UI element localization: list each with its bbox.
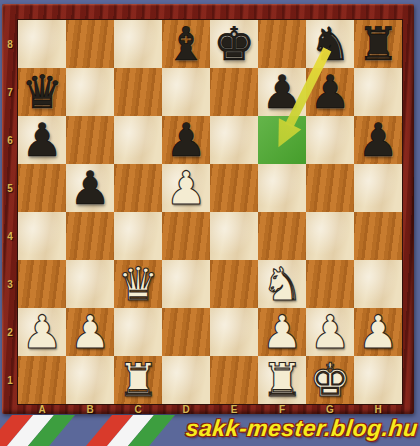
square-g5[interactable]	[306, 164, 354, 212]
file-labels: ABCDEFGH	[18, 404, 402, 414]
flag-stripe-red-2	[86, 415, 133, 446]
rank-label-3: 3	[2, 260, 18, 308]
square-a1[interactable]	[18, 356, 66, 404]
black-pawn[interactable]: ♟	[165, 117, 206, 163]
black-queen[interactable]: ♛	[21, 69, 62, 115]
chess-board: 87654321 ♝♚♞♜♛♟♟♟♟♟♟♟♛♞♟♟♟♟♟♜♜♚ ABCDEFGH	[2, 4, 414, 414]
square-c5[interactable]	[114, 164, 162, 212]
square-f6[interactable]	[258, 116, 306, 164]
square-b1[interactable]	[66, 356, 114, 404]
white-rook[interactable]: ♜	[261, 357, 302, 403]
square-e5[interactable]	[210, 164, 258, 212]
watermark-blog-url: sakk-mester.blog.hu	[185, 415, 420, 442]
white-queen[interactable]: ♛	[117, 261, 158, 307]
flag-stripe-green-2	[128, 415, 175, 446]
square-f8[interactable]	[258, 20, 306, 68]
rank-label-2: 2	[2, 308, 18, 356]
square-f2[interactable]: ♟	[258, 308, 306, 356]
square-b3[interactable]	[66, 260, 114, 308]
black-pawn[interactable]: ♟	[69, 165, 110, 211]
hungarian-flag-stripes	[0, 415, 180, 446]
square-d3[interactable]	[162, 260, 210, 308]
square-e3[interactable]	[210, 260, 258, 308]
black-pawn[interactable]: ♟	[357, 117, 398, 163]
square-c3[interactable]: ♛	[114, 260, 162, 308]
square-g4[interactable]	[306, 212, 354, 260]
black-bishop[interactable]: ♝	[165, 21, 206, 67]
square-d7[interactable]	[162, 68, 210, 116]
square-a7[interactable]: ♛	[18, 68, 66, 116]
square-a8[interactable]	[18, 20, 66, 68]
square-f5[interactable]	[258, 164, 306, 212]
square-d5[interactable]: ♟	[162, 164, 210, 212]
square-e7[interactable]	[210, 68, 258, 116]
square-b8[interactable]	[66, 20, 114, 68]
flag-stripe-white-1	[7, 415, 54, 446]
square-g7[interactable]: ♟	[306, 68, 354, 116]
square-g3[interactable]	[306, 260, 354, 308]
rank-labels: 87654321	[2, 20, 18, 404]
square-g1[interactable]: ♚	[306, 356, 354, 404]
flag-stripe-red-1	[0, 415, 33, 446]
page-background: 87654321 ♝♚♞♜♛♟♟♟♟♟♟♟♛♞♟♟♟♟♟♜♜♚ ABCDEFGH…	[0, 0, 420, 446]
white-knight[interactable]: ♞	[261, 261, 302, 307]
square-d1[interactable]	[162, 356, 210, 404]
file-label-e: E	[210, 404, 258, 414]
rank-label-6: 6	[2, 116, 18, 164]
square-h1[interactable]	[354, 356, 402, 404]
square-c6[interactable]	[114, 116, 162, 164]
file-label-h: H	[354, 404, 402, 414]
rank-label-4: 4	[2, 212, 18, 260]
square-a5[interactable]	[18, 164, 66, 212]
square-g8[interactable]: ♞	[306, 20, 354, 68]
square-d6[interactable]: ♟	[162, 116, 210, 164]
square-h6[interactable]: ♟	[354, 116, 402, 164]
square-a4[interactable]	[18, 212, 66, 260]
rank-label-7: 7	[2, 68, 18, 116]
flag-stripe-green-1	[28, 415, 75, 446]
white-pawn[interactable]: ♟	[165, 165, 206, 211]
square-d8[interactable]: ♝	[162, 20, 210, 68]
black-pawn[interactable]: ♟	[21, 117, 62, 163]
black-rook[interactable]: ♜	[357, 21, 398, 67]
file-label-g: G	[306, 404, 354, 414]
square-c8[interactable]	[114, 20, 162, 68]
white-pawn[interactable]: ♟	[21, 309, 62, 355]
file-label-d: D	[162, 404, 210, 414]
square-f1[interactable]: ♜	[258, 356, 306, 404]
black-pawn[interactable]: ♟	[309, 69, 350, 115]
black-knight[interactable]: ♞	[309, 21, 350, 67]
square-d2[interactable]	[162, 308, 210, 356]
square-g2[interactable]: ♟	[306, 308, 354, 356]
square-h2[interactable]: ♟	[354, 308, 402, 356]
rank-label-1: 1	[2, 356, 18, 404]
square-e8[interactable]: ♚	[210, 20, 258, 68]
square-c7[interactable]	[114, 68, 162, 116]
square-h5[interactable]	[354, 164, 402, 212]
square-h3[interactable]	[354, 260, 402, 308]
black-king[interactable]: ♚	[213, 21, 254, 67]
white-king[interactable]: ♚	[309, 357, 350, 403]
square-e1[interactable]	[210, 356, 258, 404]
square-d4[interactable]	[162, 212, 210, 260]
square-b7[interactable]	[66, 68, 114, 116]
file-label-b: B	[66, 404, 114, 414]
square-b2[interactable]: ♟	[66, 308, 114, 356]
flag-stripe-white-2	[107, 415, 154, 446]
square-h8[interactable]: ♜	[354, 20, 402, 68]
square-h7[interactable]	[354, 68, 402, 116]
white-pawn[interactable]: ♟	[69, 309, 110, 355]
square-e2[interactable]	[210, 308, 258, 356]
square-e4[interactable]	[210, 212, 258, 260]
square-c2[interactable]	[114, 308, 162, 356]
white-pawn[interactable]: ♟	[261, 309, 302, 355]
file-label-a: A	[18, 404, 66, 414]
square-f3[interactable]: ♞	[258, 260, 306, 308]
file-label-f: F	[258, 404, 306, 414]
white-pawn[interactable]: ♟	[309, 309, 350, 355]
square-c1[interactable]: ♜	[114, 356, 162, 404]
square-e6[interactable]	[210, 116, 258, 164]
square-c4[interactable]	[114, 212, 162, 260]
file-label-c: C	[114, 404, 162, 414]
square-h4[interactable]	[354, 212, 402, 260]
rank-label-5: 5	[2, 164, 18, 212]
square-a6[interactable]: ♟	[18, 116, 66, 164]
square-b4[interactable]	[66, 212, 114, 260]
white-rook[interactable]: ♜	[117, 357, 158, 403]
black-pawn[interactable]: ♟	[261, 69, 302, 115]
square-b5[interactable]: ♟	[66, 164, 114, 212]
square-f7[interactable]: ♟	[258, 68, 306, 116]
rank-label-8: 8	[2, 20, 18, 68]
square-b6[interactable]	[66, 116, 114, 164]
board-squares: ♝♚♞♜♛♟♟♟♟♟♟♟♛♞♟♟♟♟♟♜♜♚	[18, 20, 402, 404]
white-pawn[interactable]: ♟	[357, 309, 398, 355]
square-a2[interactable]: ♟	[18, 308, 66, 356]
square-f4[interactable]	[258, 212, 306, 260]
square-a3[interactable]	[18, 260, 66, 308]
square-g6[interactable]	[306, 116, 354, 164]
